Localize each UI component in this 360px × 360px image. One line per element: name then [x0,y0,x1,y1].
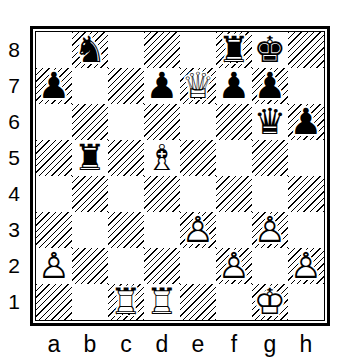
piece-white-king[interactable]: ♚♔ [252,284,288,320]
square-h1[interactable] [288,284,324,320]
file-label-e: e [180,330,216,358]
square-c5[interactable] [108,140,144,176]
square-f6[interactable] [216,104,252,140]
file-label-h: h [288,330,324,358]
square-h2[interactable]: ♟♙ [288,248,324,284]
square-d3[interactable] [144,212,180,248]
square-b3[interactable] [72,212,108,248]
square-f8[interactable]: ♜ [216,32,252,68]
square-a4[interactable] [36,176,72,212]
file-label-g: g [252,330,288,358]
piece-white-pawn[interactable]: ♟♙ [216,248,252,284]
rank-label-6: 6 [2,104,26,140]
square-f3[interactable] [216,212,252,248]
square-a5[interactable] [36,140,72,176]
square-h8[interactable] [288,32,324,68]
square-e4[interactable] [180,176,216,212]
square-h7[interactable] [288,68,324,104]
piece-glyph: ♟ [216,68,252,104]
square-d1[interactable]: ♜♖ [144,284,180,320]
piece-glyph: ♜ [72,140,108,176]
square-g2[interactable] [252,248,288,284]
piece-white-pawn[interactable]: ♟♙ [252,212,288,248]
square-h5[interactable] [288,140,324,176]
square-c2[interactable] [108,248,144,284]
square-e3[interactable]: ♟♙ [180,212,216,248]
piece-outline-layer: ♖ [108,284,144,320]
square-a2[interactable]: ♟♙ [36,248,72,284]
piece-outline-layer: ♙ [180,212,216,248]
piece-black-knight[interactable]: ♞ [72,32,108,68]
piece-outline-layer: ♙ [252,212,288,248]
piece-black-pawn[interactable]: ♟ [36,68,72,104]
square-e1[interactable] [180,284,216,320]
square-h3[interactable] [288,212,324,248]
chess-diagram: 87654321 ♞♜♚♟♟♛♕♟♟♛♟♜♝♗♟♙♟♙♟♙♟♙♟♙♜♖♜♖♚♔ … [0,0,360,360]
square-b8[interactable]: ♞ [72,32,108,68]
file-label-b: b [72,330,108,358]
square-b7[interactable] [72,68,108,104]
square-c6[interactable] [108,104,144,140]
rank-label-1: 1 [2,284,26,320]
square-a6[interactable] [36,104,72,140]
piece-white-pawn[interactable]: ♟♙ [288,248,324,284]
square-c8[interactable] [108,32,144,68]
square-a1[interactable] [36,284,72,320]
piece-glyph: ♟ [288,104,324,140]
piece-black-pawn[interactable]: ♟ [252,68,288,104]
square-d7[interactable]: ♟ [144,68,180,104]
file-label-c: c [108,330,144,358]
square-g4[interactable] [252,176,288,212]
piece-white-queen[interactable]: ♛♕ [180,68,216,104]
file-label-d: d [144,330,180,358]
square-d4[interactable] [144,176,180,212]
square-d8[interactable] [144,32,180,68]
piece-white-pawn[interactable]: ♟♙ [180,212,216,248]
piece-glyph: ♚ [252,32,288,68]
square-b1[interactable] [72,284,108,320]
piece-black-pawn[interactable]: ♟ [288,104,324,140]
piece-white-rook[interactable]: ♜♖ [144,284,180,320]
rank-label-2: 2 [2,248,26,284]
square-c1[interactable]: ♜♖ [108,284,144,320]
piece-outline-layer: ♙ [36,248,72,284]
rank-label-3: 3 [2,212,26,248]
piece-black-queen[interactable]: ♛ [252,104,288,140]
square-c3[interactable] [108,212,144,248]
piece-glyph: ♜ [216,32,252,68]
square-b2[interactable] [72,248,108,284]
piece-black-rook[interactable]: ♜ [216,32,252,68]
square-h6[interactable]: ♟ [288,104,324,140]
square-b6[interactable] [72,104,108,140]
piece-white-bishop[interactable]: ♝♗ [144,140,180,176]
square-f1[interactable] [216,284,252,320]
square-g3[interactable]: ♟♙ [252,212,288,248]
rank-label-8: 8 [2,32,26,68]
piece-glyph: ♟ [144,68,180,104]
piece-glyph: ♞ [72,32,108,68]
square-g1[interactable]: ♚♔ [252,284,288,320]
square-c7[interactable] [108,68,144,104]
piece-outline-layer: ♔ [252,284,288,320]
square-d6[interactable] [144,104,180,140]
piece-white-pawn[interactable]: ♟♙ [36,248,72,284]
board-inner-border: ♞♜♚♟♟♛♕♟♟♛♟♜♝♗♟♙♟♙♟♙♟♙♟♙♜♖♜♖♚♔ [35,31,325,321]
piece-outline-layer: ♙ [216,248,252,284]
square-g7[interactable]: ♟ [252,68,288,104]
board-frame: ♞♜♚♟♟♛♕♟♟♛♟♜♝♗♟♙♟♙♟♙♟♙♟♙♜♖♜♖♚♔ [30,26,330,326]
piece-outline-layer: ♗ [144,140,180,176]
square-b5[interactable]: ♜ [72,140,108,176]
square-a8[interactable] [36,32,72,68]
piece-glyph: ♟ [36,68,72,104]
square-g5[interactable] [252,140,288,176]
piece-glyph: ♟ [252,68,288,104]
square-f5[interactable] [216,140,252,176]
square-a3[interactable] [36,212,72,248]
square-h4[interactable] [288,176,324,212]
square-a7[interactable]: ♟ [36,68,72,104]
square-e7[interactable]: ♛♕ [180,68,216,104]
square-g8[interactable]: ♚ [252,32,288,68]
file-label-f: f [216,330,252,358]
square-e8[interactable] [180,32,216,68]
file-label-a: a [36,330,72,358]
piece-outline-layer: ♙ [288,248,324,284]
square-c4[interactable] [108,176,144,212]
piece-glyph: ♛ [252,104,288,140]
rank-label-7: 7 [2,68,26,104]
rank-label-5: 5 [2,140,26,176]
square-f7[interactable]: ♟ [216,68,252,104]
rank-label-4: 4 [2,176,26,212]
piece-black-king[interactable]: ♚ [252,32,288,68]
piece-black-pawn[interactable]: ♟ [216,68,252,104]
square-g6[interactable]: ♛ [252,104,288,140]
square-b4[interactable] [72,176,108,212]
piece-outline-layer: ♕ [180,68,216,104]
square-e5[interactable] [180,140,216,176]
chess-board: ♞♜♚♟♟♛♕♟♟♛♟♜♝♗♟♙♟♙♟♙♟♙♟♙♜♖♜♖♚♔ [36,32,324,320]
piece-black-rook[interactable]: ♜ [72,140,108,176]
square-d2[interactable] [144,248,180,284]
piece-white-rook[interactable]: ♜♖ [108,284,144,320]
square-e6[interactable] [180,104,216,140]
piece-black-pawn[interactable]: ♟ [144,68,180,104]
square-d5[interactable]: ♝♗ [144,140,180,176]
square-f2[interactable]: ♟♙ [216,248,252,284]
square-e2[interactable] [180,248,216,284]
piece-outline-layer: ♖ [144,284,180,320]
square-f4[interactable] [216,176,252,212]
